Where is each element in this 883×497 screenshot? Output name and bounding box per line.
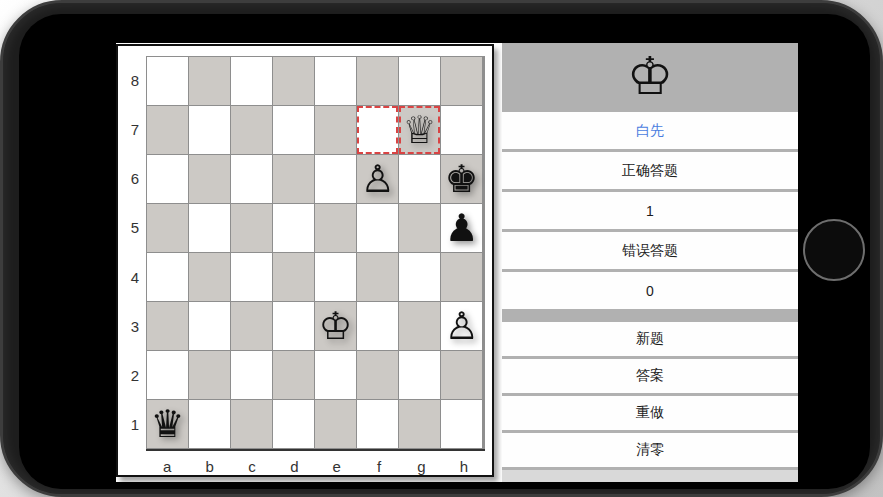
square-b6[interactable] bbox=[189, 155, 230, 203]
file-label-c: c bbox=[231, 453, 273, 479]
square-c5[interactable] bbox=[231, 204, 272, 252]
square-a3[interactable] bbox=[147, 302, 188, 350]
file-label-a: a bbox=[146, 453, 188, 479]
square-a6[interactable] bbox=[147, 155, 188, 203]
square-h8[interactable] bbox=[441, 57, 482, 105]
wrong-answers-count: 0 bbox=[502, 272, 798, 309]
new-puzzle-button[interactable]: 新题 bbox=[502, 322, 798, 356]
square-e8[interactable] bbox=[315, 57, 356, 105]
square-g7[interactable]: ♕ bbox=[399, 106, 440, 154]
square-e3[interactable]: ♔ bbox=[315, 302, 356, 350]
black-queen-icon: ♛ bbox=[150, 405, 184, 443]
redo-button[interactable]: 重做 bbox=[502, 396, 798, 430]
square-f6[interactable]: ♙ bbox=[357, 155, 398, 203]
square-f1[interactable] bbox=[357, 400, 398, 448]
file-label-e: e bbox=[316, 453, 358, 479]
square-b7[interactable] bbox=[189, 106, 230, 154]
square-e2[interactable] bbox=[315, 351, 356, 399]
rank-label-7: 7 bbox=[124, 105, 146, 154]
square-b4[interactable] bbox=[189, 253, 230, 301]
side-to-move-row[interactable]: 白先 bbox=[502, 112, 798, 149]
square-d6[interactable] bbox=[273, 155, 314, 203]
square-c2[interactable] bbox=[231, 351, 272, 399]
white-pawn-icon: ♙ bbox=[444, 307, 478, 345]
square-g6[interactable] bbox=[399, 155, 440, 203]
square-e1[interactable] bbox=[315, 400, 356, 448]
black-pawn-icon: ♟ bbox=[444, 209, 478, 247]
square-c7[interactable] bbox=[231, 106, 272, 154]
file-label-f: f bbox=[358, 453, 400, 479]
reset-button[interactable]: 清零 bbox=[502, 433, 798, 467]
square-a1[interactable]: ♛ bbox=[147, 400, 188, 448]
square-b1[interactable] bbox=[189, 400, 230, 448]
square-h2[interactable] bbox=[441, 351, 482, 399]
rank-label-4: 4 bbox=[124, 253, 146, 302]
white-pawn-icon: ♙ bbox=[360, 160, 394, 198]
panel-header: ♔ bbox=[502, 43, 798, 109]
file-label-g: g bbox=[400, 453, 442, 479]
square-b2[interactable] bbox=[189, 351, 230, 399]
wrong-answers-label: 错误答题 bbox=[502, 232, 798, 269]
rank-label-2: 2 bbox=[124, 351, 146, 400]
square-d3[interactable] bbox=[273, 302, 314, 350]
square-d2[interactable] bbox=[273, 351, 314, 399]
square-b8[interactable] bbox=[189, 57, 230, 105]
square-f5[interactable] bbox=[357, 204, 398, 252]
square-f3[interactable] bbox=[357, 302, 398, 350]
square-a5[interactable] bbox=[147, 204, 188, 252]
square-g2[interactable] bbox=[399, 351, 440, 399]
square-d7[interactable] bbox=[273, 106, 314, 154]
white-king-icon: ♔ bbox=[627, 50, 674, 102]
home-button[interactable] bbox=[803, 219, 865, 281]
square-c4[interactable] bbox=[231, 253, 272, 301]
square-h6[interactable]: ♚ bbox=[441, 155, 482, 203]
square-g8[interactable] bbox=[399, 57, 440, 105]
correct-answers-label: 正确答题 bbox=[502, 152, 798, 189]
file-label-b: b bbox=[188, 453, 230, 479]
square-e5[interactable] bbox=[315, 204, 356, 252]
square-b5[interactable] bbox=[189, 204, 230, 252]
square-e7[interactable] bbox=[315, 106, 356, 154]
rank-label-5: 5 bbox=[124, 203, 146, 252]
rank-label-8: 8 bbox=[124, 56, 146, 105]
square-e6[interactable] bbox=[315, 155, 356, 203]
square-g4[interactable] bbox=[399, 253, 440, 301]
square-c6[interactable] bbox=[231, 155, 272, 203]
rank-label-1: 1 bbox=[124, 400, 146, 449]
square-d1[interactable] bbox=[273, 400, 314, 448]
rank-labels: 87654321 bbox=[124, 56, 146, 449]
chess-board[interactable]: ♕♙♚♟♔♙♛ bbox=[146, 56, 485, 451]
answer-button[interactable]: 答案 bbox=[502, 359, 798, 393]
file-labels: abcdefgh bbox=[146, 453, 485, 479]
white-queen-icon: ♕ bbox=[402, 111, 436, 149]
rank-label-3: 3 bbox=[124, 302, 146, 351]
square-f2[interactable] bbox=[357, 351, 398, 399]
panel-bottom-strip bbox=[502, 470, 798, 482]
black-king-icon: ♚ bbox=[444, 160, 478, 198]
square-d8[interactable] bbox=[273, 57, 314, 105]
square-h1[interactable] bbox=[441, 400, 482, 448]
app-content: 87654321 ♕♙♚♟♔♙♛ abcdefgh ♔ 白先 正确答题 1 错误… bbox=[116, 43, 798, 482]
rank-label-6: 6 bbox=[124, 154, 146, 203]
square-c8[interactable] bbox=[231, 57, 272, 105]
control-panel: ♔ 白先 正确答题 1 错误答题 0 新题 答案 重做 清零 bbox=[502, 43, 798, 482]
white-king-icon: ♔ bbox=[318, 307, 352, 345]
square-f4[interactable] bbox=[357, 253, 398, 301]
square-a2[interactable] bbox=[147, 351, 188, 399]
square-h7[interactable] bbox=[441, 106, 482, 154]
square-f7[interactable] bbox=[357, 106, 398, 154]
square-c3[interactable] bbox=[231, 302, 272, 350]
square-e4[interactable] bbox=[315, 253, 356, 301]
square-b3[interactable] bbox=[189, 302, 230, 350]
board-panel: 87654321 ♕♙♚♟♔♙♛ abcdefgh bbox=[116, 44, 494, 477]
square-a7[interactable] bbox=[147, 106, 188, 154]
square-h4[interactable] bbox=[441, 253, 482, 301]
correct-answers-count: 1 bbox=[502, 192, 798, 229]
file-label-d: d bbox=[273, 453, 315, 479]
square-d4[interactable] bbox=[273, 253, 314, 301]
square-g1[interactable] bbox=[399, 400, 440, 448]
square-d5[interactable] bbox=[273, 204, 314, 252]
phone-frame: 87654321 ♕♙♚♟♔♙♛ abcdefgh ♔ 白先 正确答题 1 错误… bbox=[0, 0, 883, 497]
square-f8[interactable] bbox=[357, 57, 398, 105]
square-a8[interactable] bbox=[147, 57, 188, 105]
square-h5[interactable]: ♟ bbox=[441, 204, 482, 252]
square-a4[interactable] bbox=[147, 253, 188, 301]
square-h3[interactable]: ♙ bbox=[441, 302, 482, 350]
square-g3[interactable] bbox=[399, 302, 440, 350]
square-g5[interactable] bbox=[399, 204, 440, 252]
square-c1[interactable] bbox=[231, 400, 272, 448]
phone-screen: 87654321 ♕♙♚♟♔♙♛ abcdefgh ♔ 白先 正确答题 1 错误… bbox=[19, 14, 870, 489]
file-label-h: h bbox=[443, 453, 485, 479]
panel-separator bbox=[502, 312, 798, 319]
